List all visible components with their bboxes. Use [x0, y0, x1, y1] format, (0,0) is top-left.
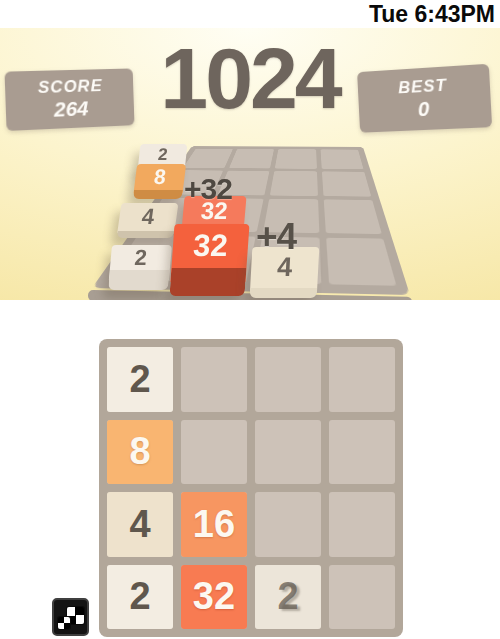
- tile-32: 32: [181, 565, 247, 630]
- tile-16: 16: [181, 492, 247, 557]
- merge-popup-4: +4: [256, 218, 296, 255]
- board-cell: [255, 347, 321, 412]
- board-3d-cell: [322, 171, 372, 196]
- tile-4: 4: [107, 492, 173, 557]
- board-3d-cell: [323, 199, 381, 233]
- tile-8: 8: [107, 420, 173, 485]
- board-cell: [255, 492, 321, 557]
- board-cell: [329, 420, 395, 485]
- status-bar: Tue 6:43PM: [0, 0, 500, 28]
- board-cell: [329, 347, 395, 412]
- board-cell: 2: [107, 347, 173, 412]
- tile-3d-2b: 2: [108, 245, 172, 290]
- board-cell: 16: [181, 492, 247, 557]
- board-3d-cell: [320, 149, 363, 169]
- board-cell: 32: [181, 565, 247, 630]
- board-cell: 8: [107, 420, 173, 485]
- board-cell: [255, 420, 321, 485]
- board-3d-cell: [326, 237, 397, 285]
- score-badge: SCORE 264: [5, 68, 135, 131]
- board-cell: 2: [107, 565, 173, 630]
- tile-3d-4: 4: [117, 203, 179, 238]
- board-cell: [181, 420, 247, 485]
- checker-icon: [58, 617, 70, 629]
- bottom-screen: 2 8 4 16 2 32 2: [0, 300, 500, 639]
- board-cell: [329, 492, 395, 557]
- best-badge: BEST 0: [357, 64, 492, 133]
- score-label: SCORE: [38, 76, 103, 98]
- screenshot-button[interactable]: [52, 598, 89, 636]
- board-cell: [181, 347, 247, 412]
- board-cell: [329, 565, 395, 630]
- merge-popup-32: +32: [184, 174, 232, 204]
- board-3d-cell: [270, 171, 318, 196]
- clock-text: Tue 6:43PM: [369, 1, 500, 28]
- tile-3d-32-hot: 32: [169, 224, 249, 296]
- best-value: 0: [417, 97, 430, 122]
- board-cell: 4: [107, 492, 173, 557]
- board-3d-cell: [183, 149, 232, 168]
- touch-board[interactable]: 2 8 4 16 2 32 2: [99, 339, 403, 637]
- board-cell: 2: [255, 565, 321, 630]
- board-3d-cell: [275, 149, 317, 168]
- board-3d-cell: [229, 149, 274, 168]
- tile-2-ghost: 2: [255, 565, 321, 630]
- top-screen: 1024 SCORE 264 BEST 0 2 8 4 32 2 32 4 +3…: [0, 28, 500, 300]
- score-value: 264: [54, 96, 89, 121]
- tile-2: 2: [107, 347, 173, 412]
- tile-3d-8: 8: [133, 164, 186, 199]
- best-label: BEST: [398, 76, 448, 99]
- tile-2: 2: [107, 565, 173, 630]
